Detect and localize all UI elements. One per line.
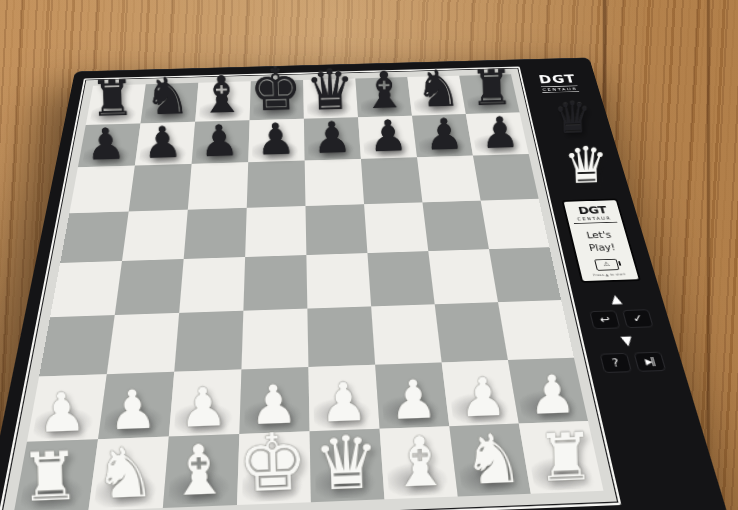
square-b6 [129,164,192,211]
square-a7: ♟ [78,123,141,167]
square-h7: ♟ [466,113,529,156]
square-d6 [247,161,306,208]
display-message-line2: Play! [576,240,628,254]
square-b2: ♟ [98,372,174,439]
white-rook-h1: ♜ [535,424,596,492]
square-h4 [489,247,561,302]
square-f7: ♟ [358,116,417,159]
square-f4 [367,251,434,306]
black-pawn-f7: ♟ [368,114,408,158]
battery-warning-icon: ⚠ [594,259,619,271]
white-pawn-f2: ♟ [389,372,439,427]
square-f3 [371,304,442,364]
square-g6 [417,156,481,203]
white-pawn-g2: ♟ [458,369,507,424]
square-a4 [50,261,122,317]
board-frame: ♜♞♝♚♛♝♞♜♟♟♟♟♟♟♟♟♟♟♟♟♟♟♟♟♜♞♝♚♛♝♞♜ DGT CEN… [0,57,729,510]
display-dgt-logo: DGT [568,204,617,216]
black-rook-a8: ♜ [90,74,136,124]
square-c4 [179,257,245,313]
dgt-centaur-board: ♜♞♝♚♛♝♞♜♟♟♟♟♟♟♟♟♟♟♟♟♟♟♟♟♜♞♝♚♛♝♞♜ DGT CEN… [0,57,729,510]
white-knight-g1: ♞ [461,424,524,495]
playing-surface: ♜♞♝♚♛♝♞♜♟♟♟♟♟♟♟♟♟♟♟♟♟♟♟♟♜♞♝♚♛♝♞♜ [0,68,617,510]
square-g1: ♞ [449,424,530,497]
display-model-label: CENTAUR [572,215,617,224]
square-c3 [174,311,243,372]
square-c1: ♝ [163,434,239,508]
spare-piece-spot-white: ♛ [539,138,624,191]
square-c6 [188,162,248,209]
square-h6 [473,154,539,201]
back-button[interactable]: ↩ [589,311,620,330]
square-a3 [39,315,115,377]
help-button[interactable]: ? [600,353,632,373]
epaper-display: DGT CENTAUR Let's Play! ⚠ Press ▲ to sta… [561,199,641,284]
frame-logo: DGT CENTAUR [538,74,580,93]
board-pinstripe-border: ♜♞♝♚♛♝♞♜♟♟♟♟♟♟♟♟♟♟♟♟♟♟♟♟♜♞♝♚♛♝♞♜ [0,67,621,510]
up-button[interactable]: ▲ [601,290,632,308]
white-rook-a1: ♜ [19,443,81,510]
black-rook-h8: ♜ [469,64,514,114]
black-pawn-g7: ♟ [424,112,464,156]
black-bishop-c8: ♝ [198,69,245,121]
white-queen-e1: ♛ [312,425,380,501]
display-footnote: Press ▲ to start [584,273,634,278]
white-pawn-c2: ♟ [178,379,228,435]
play-pause-button[interactable]: ▶‖ [634,352,667,372]
down-button[interactable]: ▼ [611,331,643,351]
black-pawn-a7: ♟ [86,122,127,167]
white-knight-b1: ♞ [92,438,156,509]
square-f6 [361,157,423,204]
black-pawn-c7: ♟ [199,119,239,163]
square-d3 [241,309,308,370]
black-pawn-h7: ♟ [480,111,520,155]
black-pawn-d7: ♟ [256,117,296,161]
square-e5 [305,204,367,255]
square-e6 [305,159,364,206]
spare-black-queen: ♛ [553,96,592,139]
square-e3 [307,306,375,367]
square-e4 [306,253,371,308]
square-b1: ♞ [88,437,168,510]
square-e7: ♟ [304,117,361,160]
square-c5 [184,208,247,259]
black-knight-b8: ♞ [143,71,190,123]
square-a5 [60,211,129,263]
square-d1: ♚ [237,431,311,505]
square-h3 [498,300,574,360]
square-d7: ♟ [248,119,304,163]
white-bishop-c1: ♝ [167,435,231,506]
white-pawn-a2: ♟ [37,384,88,440]
black-bishop-f8: ♝ [361,65,408,117]
square-h2: ♟ [508,358,588,424]
black-queen-e8: ♛ [305,63,355,118]
square-a2: ♟ [27,374,107,442]
white-king-d1: ♚ [236,422,309,503]
square-a6 [69,166,134,214]
spare-piece-spot-black: ♛ [528,91,608,140]
square-b3 [107,313,179,374]
photo-stage: ♜♞♝♚♛♝♞♜♟♟♟♟♟♟♟♟♟♟♟♟♟♟♟♟♜♞♝♚♛♝♞♜ DGT CEN… [0,0,738,510]
square-b7: ♟ [135,122,195,166]
square-f1: ♝ [380,426,458,499]
square-g2: ♟ [442,360,519,426]
black-pawn-b7: ♟ [142,120,182,164]
black-king-d8: ♚ [249,60,303,119]
white-pawn-b2: ♟ [108,382,158,438]
warning-triangle-icon: ⚠ [603,262,611,268]
square-f5 [364,202,428,253]
keypad: ▲ ↩ ✓ ▼ ? ▶‖ [583,289,667,373]
confirm-button[interactable]: ✓ [622,310,654,329]
square-a1: ♜ [14,439,98,510]
square-g4 [428,249,498,304]
square-h5 [481,199,550,249]
square-g3 [435,302,508,362]
square-b4 [115,259,184,315]
square-c7: ♟ [192,120,250,164]
black-pawn-e7: ♟ [312,115,352,159]
dgt-logo: DGT [538,74,577,86]
white-bishop-f1: ♝ [388,427,451,498]
square-g7: ♟ [412,114,473,157]
square-c2: ♟ [169,369,242,436]
square-d4 [243,255,307,311]
floor: ♜♞♝♚♛♝♞♜♟♟♟♟♟♟♟♟♟♟♟♟♟♟♟♟♜♞♝♚♛♝♞♜ DGT CEN… [0,0,738,510]
square-h1: ♜ [519,421,604,494]
square-e1: ♛ [310,429,385,502]
square-b5 [122,210,188,261]
spare-white-queen: ♛ [563,139,609,190]
square-f2: ♟ [375,362,449,428]
white-pawn-h2: ♟ [528,367,577,422]
board-grid: ♜♞♝♚♛♝♞♜♟♟♟♟♟♟♟♟♟♟♟♟♟♟♟♟♜♞♝♚♛♝♞♜ [14,74,604,510]
square-g5 [422,200,489,251]
square-d5 [245,206,306,257]
black-knight-g8: ♞ [415,63,462,115]
